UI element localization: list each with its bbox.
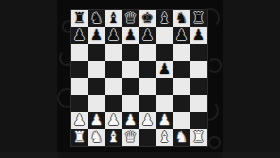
black-pawn-c7[interactable]: ♟ (105, 27, 122, 44)
square-f5[interactable]: ♟ (156, 61, 173, 78)
square-b5[interactable] (88, 61, 105, 78)
black-knight-b8[interactable]: ♞ (88, 10, 105, 27)
black-knight-g8[interactable]: ♞ (173, 10, 190, 27)
square-d6[interactable] (122, 44, 139, 61)
square-f6[interactable] (156, 44, 173, 61)
black-pawn-d7[interactable]: ♟ (122, 27, 139, 44)
square-a3[interactable] (71, 95, 88, 112)
square-c7[interactable]: ♟ (105, 27, 122, 44)
black-king-e8[interactable]: ♚ (139, 10, 156, 27)
square-f2[interactable]: ♟ (156, 112, 173, 129)
square-b4[interactable] (88, 78, 105, 95)
square-c5[interactable] (105, 61, 122, 78)
square-e2[interactable]: ♟ (139, 112, 156, 129)
white-pawn-b2[interactable]: ♟ (88, 112, 105, 129)
black-pawn-g7[interactable]: ♟ (173, 27, 190, 44)
square-e5[interactable] (139, 61, 156, 78)
square-b2[interactable]: ♟ (88, 112, 105, 129)
black-bishop-c8[interactable]: ♝ (105, 10, 122, 27)
square-d4[interactable] (122, 78, 139, 95)
square-a4[interactable] (71, 78, 88, 95)
square-h6[interactable] (190, 44, 207, 61)
square-d3[interactable] (122, 95, 139, 112)
square-c1[interactable]: ♝ (105, 129, 122, 146)
square-h2[interactable] (190, 112, 207, 129)
black-rook-h8[interactable]: ♜ (190, 10, 207, 27)
square-d5[interactable] (122, 61, 139, 78)
square-e4[interactable] (139, 78, 156, 95)
white-pawn-e2[interactable]: ♟ (139, 112, 156, 129)
square-a2[interactable]: ♟ (71, 112, 88, 129)
black-pawn-b7[interactable]: ♟ (88, 27, 105, 44)
square-h1[interactable]: ♜ (190, 129, 207, 146)
square-a1[interactable]: ♜ (71, 129, 88, 146)
square-e6[interactable] (139, 44, 156, 61)
square-f8[interactable]: ♝ (156, 10, 173, 27)
square-b1[interactable]: ♞ (88, 129, 105, 146)
background-ornament-curl-icon (207, 58, 222, 73)
white-knight-b1[interactable]: ♞ (88, 129, 105, 146)
black-queen-d8[interactable]: ♛ (122, 10, 139, 27)
square-a8[interactable]: ♜ (71, 10, 88, 27)
black-pawn-f5[interactable]: ♟ (156, 61, 173, 78)
square-g8[interactable]: ♞ (173, 10, 190, 27)
square-h3[interactable] (190, 95, 207, 112)
square-e7[interactable]: ♟ (139, 27, 156, 44)
white-pawn-d2[interactable]: ♟ (122, 112, 139, 129)
white-pawn-f2[interactable]: ♟ (156, 112, 173, 129)
square-c8[interactable]: ♝ (105, 10, 122, 27)
game-background-panel: ♜♞♝♛♚♝♞♜♟♟♟♟♟♟♟♟♟♟♟♟♟♟♜♞♝♛♝♞♜ (57, 0, 223, 158)
square-d1[interactable]: ♛ (122, 129, 139, 146)
square-d8[interactable]: ♛ (122, 10, 139, 27)
square-g7[interactable]: ♟ (173, 27, 190, 44)
square-e8[interactable]: ♚ (139, 10, 156, 27)
square-h7[interactable]: ♟ (190, 27, 207, 44)
square-b8[interactable]: ♞ (88, 10, 105, 27)
bottom-divider (0, 152, 280, 158)
app-window: ♜♞♝♛♚♝♞♜♟♟♟♟♟♟♟♟♟♟♟♟♟♟♜♞♝♛♝♞♜ (0, 0, 280, 158)
square-g5[interactable] (173, 61, 190, 78)
square-g1[interactable]: ♞ (173, 129, 190, 146)
white-bishop-c1[interactable]: ♝ (105, 129, 122, 146)
square-b3[interactable] (88, 95, 105, 112)
white-bishop-f1[interactable]: ♝ (156, 129, 173, 146)
square-e1[interactable] (139, 129, 156, 146)
square-b7[interactable]: ♟ (88, 27, 105, 44)
square-c6[interactable] (105, 44, 122, 61)
square-c3[interactable] (105, 95, 122, 112)
square-h8[interactable]: ♜ (190, 10, 207, 27)
square-h5[interactable] (190, 61, 207, 78)
white-rook-a1[interactable]: ♜ (71, 129, 88, 146)
square-h4[interactable] (190, 78, 207, 95)
white-pawn-c2[interactable]: ♟ (105, 112, 122, 129)
white-queen-d1[interactable]: ♛ (122, 129, 139, 146)
square-c2[interactable]: ♟ (105, 112, 122, 129)
black-pawn-h7[interactable]: ♟ (190, 27, 207, 44)
square-g2[interactable] (173, 112, 190, 129)
square-e3[interactable] (139, 95, 156, 112)
square-a7[interactable]: ♟ (71, 27, 88, 44)
square-f1[interactable]: ♝ (156, 129, 173, 146)
square-d7[interactable]: ♟ (122, 27, 139, 44)
white-rook-h1[interactable]: ♜ (190, 129, 207, 146)
background-ornament-curl-icon (208, 136, 221, 149)
square-f7[interactable] (156, 27, 173, 44)
square-c4[interactable] (105, 78, 122, 95)
square-g3[interactable] (173, 95, 190, 112)
square-d2[interactable]: ♟ (122, 112, 139, 129)
square-b6[interactable] (88, 44, 105, 61)
white-knight-g1[interactable]: ♞ (173, 129, 190, 146)
square-g6[interactable] (173, 44, 190, 61)
square-f4[interactable] (156, 78, 173, 95)
black-rook-a8[interactable]: ♜ (71, 10, 88, 27)
black-bishop-f8[interactable]: ♝ (156, 10, 173, 27)
square-g4[interactable] (173, 78, 190, 95)
black-pawn-e7[interactable]: ♟ (139, 27, 156, 44)
white-pawn-a2[interactable]: ♟ (71, 112, 88, 129)
chess-board: ♜♞♝♛♚♝♞♜♟♟♟♟♟♟♟♟♟♟♟♟♟♟♜♞♝♛♝♞♜ (71, 10, 207, 146)
square-a6[interactable] (71, 44, 88, 61)
black-pawn-a7[interactable]: ♟ (71, 27, 88, 44)
square-a5[interactable] (71, 61, 88, 78)
square-f3[interactable] (156, 95, 173, 112)
